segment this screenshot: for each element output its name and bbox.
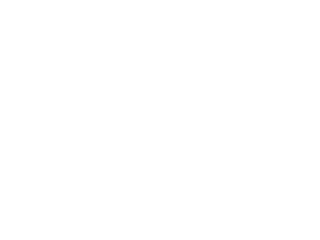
go-board[interactable] — [0, 0, 166, 161]
